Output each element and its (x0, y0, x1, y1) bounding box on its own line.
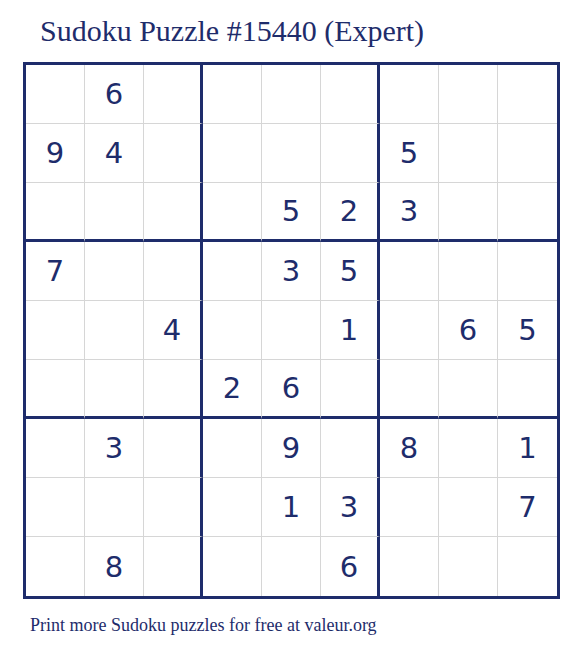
cell-r5c2[interactable] (85, 301, 144, 360)
cell-r9c9[interactable] (498, 537, 557, 596)
cell-r7c1[interactable] (26, 419, 85, 478)
cell-r2c3[interactable] (144, 124, 203, 183)
cell-r3c1[interactable] (26, 183, 85, 242)
cell-r7c6[interactable] (321, 419, 380, 478)
cell-r1c8[interactable] (439, 65, 498, 124)
cell-r2c8[interactable] (439, 124, 498, 183)
sudoku-grid: 6945523735416526398113786 (23, 62, 560, 599)
cell-r2c4[interactable] (203, 124, 262, 183)
cell-r8c1[interactable] (26, 478, 85, 537)
cell-r1c6[interactable] (321, 65, 380, 124)
cell-r7c2: 3 (85, 419, 144, 478)
cell-r3c3[interactable] (144, 183, 203, 242)
cell-r2c1: 9 (26, 124, 85, 183)
cell-r5c5[interactable] (262, 301, 321, 360)
cell-r7c9: 1 (498, 419, 557, 478)
cell-r7c7: 8 (380, 419, 439, 478)
cell-r6c3[interactable] (144, 360, 203, 419)
cell-r7c4[interactable] (203, 419, 262, 478)
cell-r8c2[interactable] (85, 478, 144, 537)
cell-r6c7[interactable] (380, 360, 439, 419)
cell-r4c3[interactable] (144, 242, 203, 301)
cell-r3c2[interactable] (85, 183, 144, 242)
cell-r2c7: 5 (380, 124, 439, 183)
cell-r6c8[interactable] (439, 360, 498, 419)
cell-r3c5: 5 (262, 183, 321, 242)
cell-r1c3[interactable] (144, 65, 203, 124)
cell-r1c7[interactable] (380, 65, 439, 124)
cell-r1c2: 6 (85, 65, 144, 124)
cell-r9c5[interactable] (262, 537, 321, 596)
cell-r5c9: 5 (498, 301, 557, 360)
cell-r5c4[interactable] (203, 301, 262, 360)
cell-r5c7[interactable] (380, 301, 439, 360)
cell-r6c2[interactable] (85, 360, 144, 419)
cell-r3c6: 2 (321, 183, 380, 242)
cell-r8c8[interactable] (439, 478, 498, 537)
cell-r9c1[interactable] (26, 537, 85, 596)
cell-r2c5[interactable] (262, 124, 321, 183)
cell-r1c4[interactable] (203, 65, 262, 124)
cell-r7c5: 9 (262, 419, 321, 478)
cell-r8c4[interactable] (203, 478, 262, 537)
cell-r9c7[interactable] (380, 537, 439, 596)
cell-r7c8[interactable] (439, 419, 498, 478)
cell-r4c4[interactable] (203, 242, 262, 301)
cell-r4c8[interactable] (439, 242, 498, 301)
cell-r4c9[interactable] (498, 242, 557, 301)
cell-r9c8[interactable] (439, 537, 498, 596)
cell-r3c7: 3 (380, 183, 439, 242)
cell-r6c6[interactable] (321, 360, 380, 419)
cell-r2c2: 4 (85, 124, 144, 183)
cell-r9c6: 6 (321, 537, 380, 596)
cell-r8c3[interactable] (144, 478, 203, 537)
cell-r9c3[interactable] (144, 537, 203, 596)
cell-r5c1[interactable] (26, 301, 85, 360)
cell-r4c6: 5 (321, 242, 380, 301)
cell-r6c1[interactable] (26, 360, 85, 419)
cell-r7c3[interactable] (144, 419, 203, 478)
cell-r4c2[interactable] (85, 242, 144, 301)
cell-r8c7[interactable] (380, 478, 439, 537)
cell-r9c4[interactable] (203, 537, 262, 596)
cell-r6c4: 2 (203, 360, 262, 419)
cell-r9c2: 8 (85, 537, 144, 596)
cell-r2c6[interactable] (321, 124, 380, 183)
cell-r3c8[interactable] (439, 183, 498, 242)
cell-r5c3: 4 (144, 301, 203, 360)
cell-r8c5: 1 (262, 478, 321, 537)
cell-r6c5: 6 (262, 360, 321, 419)
cell-r3c9[interactable] (498, 183, 557, 242)
cell-r3c4[interactable] (203, 183, 262, 242)
cell-r6c9[interactable] (498, 360, 557, 419)
cell-r4c1: 7 (26, 242, 85, 301)
cell-r5c6: 1 (321, 301, 380, 360)
cell-r1c1[interactable] (26, 65, 85, 124)
cell-r5c8: 6 (439, 301, 498, 360)
cell-r8c6: 3 (321, 478, 380, 537)
cell-r2c9[interactable] (498, 124, 557, 183)
cell-r4c7[interactable] (380, 242, 439, 301)
cell-r4c5: 3 (262, 242, 321, 301)
cell-r8c9: 7 (498, 478, 557, 537)
cell-r1c5[interactable] (262, 65, 321, 124)
cell-r1c9[interactable] (498, 65, 557, 124)
footer-credit: Print more Sudoku puzzles for free at va… (30, 615, 377, 636)
page-title: Sudoku Puzzle #15440 (Expert) (40, 14, 424, 48)
